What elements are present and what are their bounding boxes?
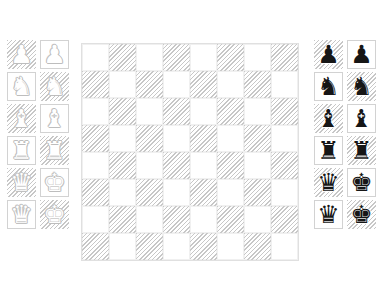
board-square-a7[interactable] [82, 71, 109, 98]
board-square-c8[interactable] [136, 44, 163, 71]
white-king-icon: ♚ [43, 202, 65, 227]
white-pawn-icon: ♟ [10, 42, 32, 67]
board-square-b6[interactable] [109, 98, 136, 125]
white-piece-palette: ♟♟♞♞♝♝♜♜♛♚♛♚ [7, 40, 69, 229]
board-square-g8[interactable] [244, 44, 271, 71]
board-square-a3[interactable] [82, 179, 109, 206]
board-square-g3[interactable] [244, 179, 271, 206]
board-square-g5[interactable] [244, 125, 271, 152]
black-king-icon: ♚ [350, 202, 372, 227]
board-square-h5[interactable] [271, 125, 298, 152]
chess-board [81, 43, 299, 261]
board-square-h8[interactable] [271, 44, 298, 71]
board-square-c5[interactable] [136, 125, 163, 152]
white-rook-icon: ♜ [10, 138, 32, 163]
palette-white-pawn-on-light[interactable]: ♟ [40, 40, 69, 69]
board-square-g4[interactable] [244, 152, 271, 179]
black-queen-icon: ♛ [317, 170, 339, 195]
palette-black-knight-on-light[interactable]: ♞ [314, 72, 343, 101]
board-square-h6[interactable] [271, 98, 298, 125]
black-bishop-icon: ♝ [350, 106, 372, 131]
board-square-g7[interactable] [244, 71, 271, 98]
board-square-f8[interactable] [217, 44, 244, 71]
palette-black-queen-on-dark[interactable]: ♛ [314, 168, 343, 197]
board-square-b7[interactable] [109, 71, 136, 98]
white-pawn-icon: ♟ [43, 42, 65, 67]
board-square-d2[interactable] [163, 206, 190, 233]
board-square-e3[interactable] [190, 179, 217, 206]
palette-white-queen-on-light[interactable]: ♛ [7, 200, 36, 229]
board-square-g6[interactable] [244, 98, 271, 125]
black-bishop-icon: ♝ [317, 106, 339, 131]
palette-white-king-on-dark[interactable]: ♚ [40, 200, 69, 229]
board-square-f7[interactable] [217, 71, 244, 98]
palette-black-queen-on-light[interactable]: ♛ [314, 200, 343, 229]
board-square-c4[interactable] [136, 152, 163, 179]
palette-black-pawn-on-dark[interactable]: ♟ [314, 40, 343, 69]
board-square-g1[interactable] [244, 233, 271, 260]
board-square-c3[interactable] [136, 179, 163, 206]
board-square-f2[interactable] [217, 206, 244, 233]
white-knight-icon: ♞ [10, 74, 32, 99]
board-square-d6[interactable] [163, 98, 190, 125]
palette-white-bishop-on-dark[interactable]: ♝ [7, 104, 36, 133]
board-square-h4[interactable] [271, 152, 298, 179]
palette-black-king-on-dark[interactable]: ♚ [347, 200, 376, 229]
board-square-c1[interactable] [136, 233, 163, 260]
palette-white-rook-on-dark[interactable]: ♜ [40, 136, 69, 165]
board-square-f1[interactable] [217, 233, 244, 260]
board-square-d8[interactable] [163, 44, 190, 71]
board-square-b5[interactable] [109, 125, 136, 152]
palette-white-knight-on-light[interactable]: ♞ [7, 72, 36, 101]
white-knight-icon: ♞ [43, 74, 65, 99]
black-piece-palette: ♟♟♞♞♝♝♜♜♛♚♛♚ [314, 40, 376, 229]
board-square-c2[interactable] [136, 206, 163, 233]
black-knight-icon: ♞ [317, 74, 339, 99]
board-square-e2[interactable] [190, 206, 217, 233]
board-square-b4[interactable] [109, 152, 136, 179]
palette-white-bishop-on-light[interactable]: ♝ [40, 104, 69, 133]
board-square-f4[interactable] [217, 152, 244, 179]
board-square-h1[interactable] [271, 233, 298, 260]
board-square-b8[interactable] [109, 44, 136, 71]
white-rook-icon: ♜ [43, 138, 65, 163]
board-square-d4[interactable] [163, 152, 190, 179]
board-square-g2[interactable] [244, 206, 271, 233]
black-rook-icon: ♜ [350, 138, 372, 163]
editor-stage: ♟♟♞♞♝♝♜♜♛♚♛♚ ♟♟♞♞♝♝♜♜♛♚♛♚ [0, 0, 388, 300]
board-square-e5[interactable] [190, 125, 217, 152]
palette-black-bishop-on-dark[interactable]: ♝ [314, 104, 343, 133]
white-bishop-icon: ♝ [43, 106, 65, 131]
board-square-b2[interactable] [109, 206, 136, 233]
black-knight-icon: ♞ [350, 74, 372, 99]
board-square-a4[interactable] [82, 152, 109, 179]
black-pawn-icon: ♟ [350, 42, 372, 67]
palette-black-king-on-light[interactable]: ♚ [347, 168, 376, 197]
board-square-e4[interactable] [190, 152, 217, 179]
board-square-d7[interactable] [163, 71, 190, 98]
palette-white-king-on-light[interactable]: ♚ [40, 168, 69, 197]
palette-black-rook-on-dark[interactable]: ♜ [347, 136, 376, 165]
board-square-b1[interactable] [109, 233, 136, 260]
palette-white-queen-on-dark[interactable]: ♛ [7, 168, 36, 197]
board-square-h3[interactable] [271, 179, 298, 206]
board-square-e7[interactable] [190, 71, 217, 98]
white-queen-icon: ♛ [10, 202, 32, 227]
palette-white-pawn-on-dark[interactable]: ♟ [7, 40, 36, 69]
board-square-b3[interactable] [109, 179, 136, 206]
board-square-f3[interactable] [217, 179, 244, 206]
palette-black-bishop-on-light[interactable]: ♝ [347, 104, 376, 133]
board-square-e1[interactable] [190, 233, 217, 260]
board-square-e6[interactable] [190, 98, 217, 125]
palette-black-rook-on-light[interactable]: ♜ [314, 136, 343, 165]
white-king-icon: ♚ [43, 170, 65, 195]
board-square-h2[interactable] [271, 206, 298, 233]
board-square-d5[interactable] [163, 125, 190, 152]
board-square-a6[interactable] [82, 98, 109, 125]
board-square-f6[interactable] [217, 98, 244, 125]
board-square-a2[interactable] [82, 206, 109, 233]
black-rook-icon: ♜ [317, 138, 339, 163]
board-square-a1[interactable] [82, 233, 109, 260]
white-queen-icon: ♛ [10, 170, 32, 195]
black-king-icon: ♚ [350, 170, 372, 195]
board-square-c7[interactable] [136, 71, 163, 98]
palette-white-rook-on-light[interactable]: ♜ [7, 136, 36, 165]
board-square-f5[interactable] [217, 125, 244, 152]
board-square-a8[interactable] [82, 44, 109, 71]
black-queen-icon: ♛ [317, 202, 339, 227]
board-square-e8[interactable] [190, 44, 217, 71]
black-pawn-icon: ♟ [317, 42, 339, 67]
white-bishop-icon: ♝ [10, 106, 32, 131]
board-square-d3[interactable] [163, 179, 190, 206]
board-square-d1[interactable] [163, 233, 190, 260]
palette-black-pawn-on-light[interactable]: ♟ [347, 40, 376, 69]
board-square-h7[interactable] [271, 71, 298, 98]
board-square-a5[interactable] [82, 125, 109, 152]
board-square-c6[interactable] [136, 98, 163, 125]
palette-black-knight-on-dark[interactable]: ♞ [347, 72, 376, 101]
palette-white-knight-on-dark[interactable]: ♞ [40, 72, 69, 101]
